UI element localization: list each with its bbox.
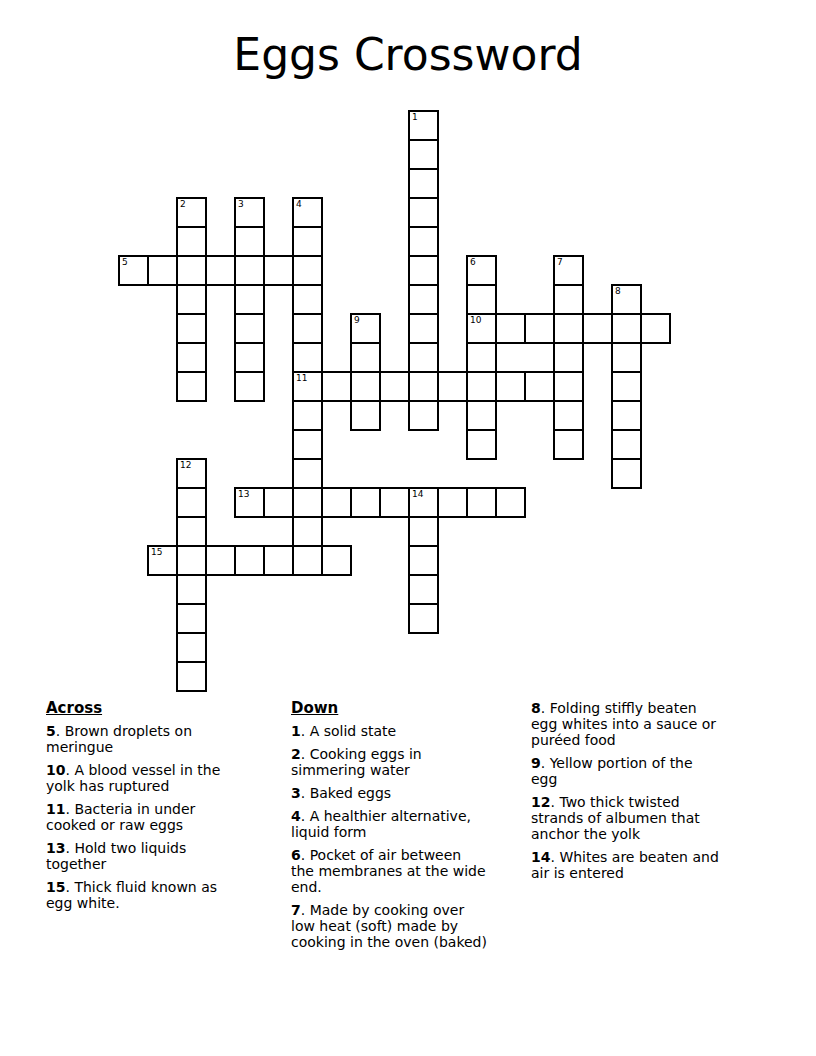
clue-number: 15: [151, 548, 162, 557]
grid-cell[interactable]: [292, 255, 323, 286]
clue-number: 11: [296, 374, 307, 383]
grid-cell[interactable]: [176, 632, 207, 663]
across-heading: Across: [46, 700, 298, 716]
grid-cell[interactable]: 12: [176, 458, 207, 489]
clue-text: Folding stiffly beaten egg whites into a…: [531, 700, 716, 748]
clue-text: Whites are beaten and air is entered: [531, 849, 719, 881]
clue-separator: .: [56, 723, 65, 739]
clue-separator: .: [301, 785, 310, 801]
grid-cell[interactable]: [350, 400, 381, 431]
grid-cell[interactable]: [292, 400, 323, 431]
clue-number: 15: [46, 879, 65, 895]
clue-8-down: 8. Folding stiffly beaten egg whites int…: [531, 700, 783, 748]
down-clues-column-1: Down 1. A solid state 2. Cooking eggs in…: [291, 700, 543, 957]
grid-cell[interactable]: [292, 313, 323, 344]
grid-cell[interactable]: [176, 371, 207, 402]
grid-cell[interactable]: 5: [118, 255, 149, 286]
clue-9-down: 9. Yellow portion of the egg: [531, 755, 783, 787]
grid-cell[interactable]: [147, 255, 178, 286]
clue-1-down: 1. A solid state: [291, 723, 543, 739]
clue-separator: .: [301, 847, 310, 863]
grid-cell[interactable]: [263, 545, 294, 576]
clue-number: 14: [531, 849, 550, 865]
clue-text: Pocket of air between the membranes at t…: [291, 847, 486, 895]
clue-number: 14: [412, 490, 423, 499]
clue-number: 4: [291, 808, 301, 824]
clue-number: 13: [238, 490, 249, 499]
clue-number: 1: [291, 723, 301, 739]
clue-11-across: 11. Bacteria in under cooked or raw eggs: [46, 801, 298, 833]
clue-text: Brown droplets on meringue: [46, 723, 192, 755]
grid-cell[interactable]: [234, 313, 265, 344]
grid-cell[interactable]: [234, 342, 265, 373]
grid-cell[interactable]: [524, 371, 555, 402]
clue-6-down: 6. Pocket of air between the membranes a…: [291, 847, 543, 895]
grid-cell[interactable]: [176, 661, 207, 692]
clue-number: 5: [122, 258, 128, 267]
grid-cell[interactable]: [408, 545, 439, 576]
grid-cell[interactable]: [234, 545, 265, 576]
clue-14-down: 14. Whites are beaten and air is entered: [531, 849, 783, 881]
grid-cell[interactable]: [437, 487, 468, 518]
grid-cell[interactable]: [611, 371, 642, 402]
grid-cell[interactable]: [292, 487, 323, 518]
grid-cell[interactable]: [611, 429, 642, 460]
grid-cell[interactable]: [292, 226, 323, 257]
clue-number: 9: [354, 316, 360, 325]
grid-cell[interactable]: [466, 371, 497, 402]
grid-cell[interactable]: [640, 313, 671, 344]
grid-cell[interactable]: [524, 313, 555, 344]
clue-number: 13: [46, 840, 65, 856]
grid-cell[interactable]: [611, 342, 642, 373]
grid-cell[interactable]: [176, 545, 207, 576]
clue-text: Yellow portion of the egg: [531, 755, 693, 787]
grid-cell[interactable]: [234, 284, 265, 315]
grid-cell[interactable]: [321, 545, 352, 576]
grid-cell[interactable]: [234, 255, 265, 286]
grid-cell[interactable]: [611, 458, 642, 489]
grid-cell[interactable]: [437, 371, 468, 402]
grid-cell[interactable]: [292, 342, 323, 373]
grid-cell[interactable]: [582, 313, 613, 344]
grid-cell[interactable]: [176, 603, 207, 634]
clue-number: 12: [180, 461, 191, 470]
grid-cell[interactable]: 8: [611, 284, 642, 315]
grid-cell[interactable]: [611, 313, 642, 344]
grid-cell[interactable]: [292, 545, 323, 576]
grid-cell[interactable]: [408, 342, 439, 373]
grid-cell[interactable]: 1: [408, 110, 439, 141]
grid-cell[interactable]: [292, 458, 323, 489]
grid-cell[interactable]: [553, 284, 584, 315]
clue-number: 5: [46, 723, 56, 739]
grid-cell[interactable]: [350, 342, 381, 373]
grid-cell[interactable]: [466, 342, 497, 373]
grid-cell[interactable]: [553, 342, 584, 373]
clue-number: 6: [291, 847, 301, 863]
clue-text: Baked eggs: [310, 785, 391, 801]
grid-cell[interactable]: [408, 168, 439, 199]
grid-cell[interactable]: 15: [147, 545, 178, 576]
clue-10-across: 10. A blood vessel in the yolk has ruptu…: [46, 762, 298, 794]
grid-cell[interactable]: [466, 284, 497, 315]
clue-number: 3: [291, 785, 301, 801]
clue-7-down: 7. Made by cooking over low heat (soft) …: [291, 902, 543, 950]
grid-cell[interactable]: [408, 255, 439, 286]
grid-cell[interactable]: [553, 400, 584, 431]
grid-cell[interactable]: [234, 226, 265, 257]
grid-cell[interactable]: [176, 284, 207, 315]
grid-cell[interactable]: [466, 400, 497, 431]
clue-number: 7: [557, 258, 563, 267]
clue-number: 1: [412, 113, 418, 122]
clue-15-across: 15. Thick fluid known as egg white.: [46, 879, 298, 911]
clue-number: 6: [470, 258, 476, 267]
clue-number: 12: [531, 794, 550, 810]
clue-separator: .: [301, 808, 310, 824]
grid-cell[interactable]: [263, 255, 294, 286]
grid-cell[interactable]: [466, 487, 497, 518]
grid-cell[interactable]: [321, 371, 352, 402]
clue-number: 2: [291, 746, 301, 762]
grid-cell[interactable]: [263, 487, 294, 518]
clue-number: 4: [296, 200, 302, 209]
clue-number: 10: [46, 762, 65, 778]
grid-cell[interactable]: [553, 371, 584, 402]
grid-cell[interactable]: [379, 487, 410, 518]
grid-cell[interactable]: 13: [234, 487, 265, 518]
clue-separator: .: [301, 746, 310, 762]
clue-separator: .: [541, 700, 550, 716]
grid-cell[interactable]: [350, 487, 381, 518]
down-clues-column-2: 8. Folding stiffly beaten egg whites int…: [531, 700, 783, 888]
grid-cell[interactable]: [408, 603, 439, 634]
clue-text: A healthier alternative, liquid form: [291, 808, 471, 840]
grid-cell[interactable]: [466, 429, 497, 460]
grid-cell[interactable]: [408, 400, 439, 431]
grid-cell[interactable]: 10: [466, 313, 497, 344]
clue-number: 3: [238, 200, 244, 209]
grid-cell[interactable]: [408, 284, 439, 315]
grid-cell[interactable]: [292, 284, 323, 315]
grid-cell[interactable]: [205, 255, 236, 286]
grid-cell[interactable]: [611, 400, 642, 431]
clue-number: 11: [46, 801, 65, 817]
grid-cell[interactable]: [176, 516, 207, 547]
clue-text: A solid state: [310, 723, 396, 739]
clue-number: 9: [531, 755, 541, 771]
clue-number: 10: [470, 316, 481, 325]
clue-3-down: 3. Baked eggs: [291, 785, 543, 801]
grid-cell[interactable]: [350, 371, 381, 402]
grid-cell[interactable]: [408, 197, 439, 228]
across-clues-column: Across 5. Brown droplets on meringue 10.…: [46, 700, 298, 918]
grid-cell[interactable]: [292, 516, 323, 547]
clue-separator: .: [301, 902, 310, 918]
clue-5-across: 5. Brown droplets on meringue: [46, 723, 298, 755]
grid-cell[interactable]: [408, 371, 439, 402]
clue-number: 7: [291, 902, 301, 918]
grid-cell[interactable]: 6: [466, 255, 497, 286]
grid-cell[interactable]: [379, 371, 410, 402]
clue-12-down: 12. Two thick twisted strands of albumen…: [531, 794, 783, 842]
grid-cell[interactable]: 2: [176, 197, 207, 228]
grid-cell[interactable]: [176, 255, 207, 286]
clue-separator: .: [541, 755, 550, 771]
grid-cell[interactable]: [408, 226, 439, 257]
grid-cell[interactable]: [553, 429, 584, 460]
grid-cell[interactable]: 7: [553, 255, 584, 286]
puzzle-title: Eggs Crossword: [0, 31, 816, 79]
grid-cell[interactable]: [408, 313, 439, 344]
clue-separator: .: [301, 723, 310, 739]
clue-number: 8: [531, 700, 541, 716]
grid-cell[interactable]: [495, 371, 526, 402]
grid-cell[interactable]: [176, 342, 207, 373]
grid-cell[interactable]: [553, 313, 584, 344]
grid-cell[interactable]: 4: [292, 197, 323, 228]
grid-cell[interactable]: [408, 516, 439, 547]
grid-cell[interactable]: [176, 574, 207, 605]
clue-text: Cooking eggs in simmering water: [291, 746, 422, 778]
clue-4-down: 4. A healthier alternative, liquid form: [291, 808, 543, 840]
grid-cell[interactable]: 11: [292, 371, 323, 402]
grid-cell[interactable]: [495, 313, 526, 344]
grid-cell[interactable]: [408, 574, 439, 605]
clue-number: 8: [615, 287, 621, 296]
grid-cell[interactable]: [292, 429, 323, 460]
grid-cell[interactable]: [321, 487, 352, 518]
grid-cell[interactable]: [176, 313, 207, 344]
clue-13-across: 13. Hold two liquids together: [46, 840, 298, 872]
grid-cell[interactable]: [495, 487, 526, 518]
clue-2-down: 2. Cooking eggs in simmering water: [291, 746, 543, 778]
grid-cell[interactable]: 9: [350, 313, 381, 344]
grid-cell[interactable]: [408, 139, 439, 170]
grid-cell[interactable]: 3: [234, 197, 265, 228]
grid-cell[interactable]: [234, 371, 265, 402]
crossword-grid: 123456789101112131415: [118, 110, 671, 692]
clue-text: Made by cooking over low heat (soft) mad…: [291, 902, 487, 950]
grid-cell[interactable]: [176, 487, 207, 518]
clue-number: 2: [180, 200, 186, 209]
grid-cell[interactable]: 14: [408, 487, 439, 518]
grid-cell[interactable]: [205, 545, 236, 576]
grid-cell[interactable]: [176, 226, 207, 257]
down-heading: Down: [291, 700, 543, 716]
